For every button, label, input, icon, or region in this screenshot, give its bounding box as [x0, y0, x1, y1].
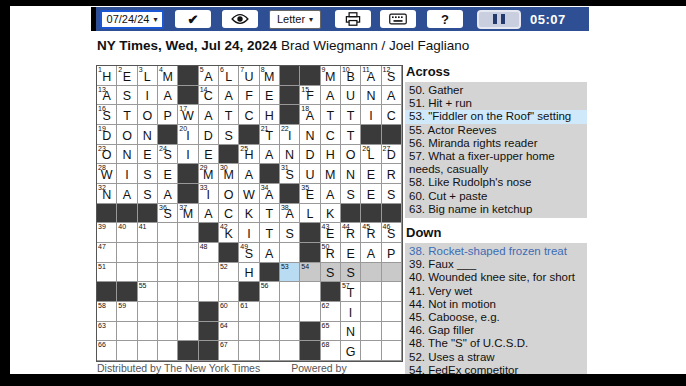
grid-cell-r1c3[interactable]: 3L [138, 66, 158, 86]
grid-cell-r3c12[interactable]: T [321, 105, 341, 125]
clue-down-52[interactable]: 52. Uses a straw [405, 351, 587, 364]
cell-number: 23 [98, 145, 106, 153]
cell-number: 63 [98, 322, 106, 330]
cell-letter: T [265, 207, 273, 221]
cell-letter: T [347, 129, 355, 143]
grid-cell-r10c6[interactable]: 48 [199, 243, 219, 263]
clue-across-50[interactable]: 50. Gather [405, 84, 587, 97]
grid-cell-r3c6[interactable]: A [199, 105, 219, 125]
grid-cell-r13c1[interactable]: 58 [97, 302, 117, 322]
cell-letter: A [163, 89, 171, 103]
grid-cell-r12c6[interactable] [199, 282, 219, 302]
grid-cell-r15c13[interactable]: G [341, 341, 361, 361]
grid-cell-r11c3[interactable] [138, 263, 158, 283]
grid-cell-r5c15[interactable]: 27D [382, 145, 402, 165]
grid-cell-r12c10[interactable] [280, 282, 300, 302]
grid-cell-r9c9[interactable]: T [260, 223, 280, 243]
black-cell [199, 302, 219, 322]
black-cell [199, 322, 219, 342]
cell-number: 15 [301, 86, 309, 94]
grid-cell-r6c7[interactable]: 30M [219, 164, 239, 184]
pause-icon [493, 14, 497, 24]
cell-number: 52 [220, 263, 228, 271]
cell-number: 7 [240, 66, 244, 74]
grid-cell-r3c8[interactable]: C [239, 105, 259, 125]
grid-cell-r7c3[interactable]: S [138, 184, 158, 204]
grid-cell-r10c5[interactable] [178, 243, 198, 263]
black-cell [382, 125, 402, 145]
grid-cell-r2c7[interactable]: A [219, 86, 239, 106]
letter-mode-value: Letter [277, 13, 305, 25]
grid-cell-r7c13[interactable]: S [341, 184, 361, 204]
grid-cell-r7c11[interactable]: 35E [300, 184, 320, 204]
grid-cell-r7c9[interactable]: 34A [260, 184, 280, 204]
grid-cell-r11c8[interactable]: H [239, 263, 259, 283]
cell-letter: E [143, 148, 151, 162]
grid-cell-r8c12[interactable]: K [321, 204, 341, 224]
grid-cell-r7c15[interactable]: S [382, 184, 402, 204]
grid-cell-r4c3[interactable]: N [138, 125, 158, 145]
cell-letter: K [326, 207, 334, 221]
cell-letter: H [102, 70, 111, 84]
grid-cell-r8c6[interactable]: A [199, 204, 219, 224]
grid-cell-r6c13[interactable]: N [341, 164, 361, 184]
grid-cell-r14c9[interactable] [260, 322, 280, 342]
black-cell [239, 282, 259, 302]
grid-cell-r5c10[interactable]: N [280, 145, 300, 165]
clue-down-41[interactable]: 41. Very wet [405, 285, 587, 298]
grid-cell-r3c7[interactable]: T [219, 105, 239, 125]
clue-down-39[interactable]: 39. Faux ___ [405, 258, 587, 271]
grid-cell-r13c9[interactable] [260, 302, 280, 322]
grid-cell-r13c12[interactable]: 62 [321, 302, 341, 322]
cell-letter: S [224, 129, 232, 143]
grid-cell-r7c4[interactable]: A [158, 184, 178, 204]
grid-cell-r11c15[interactable] [382, 263, 402, 283]
clue-across-56[interactable]: 56. Miranda rights reader [405, 137, 587, 150]
grid-cell-r9c13[interactable]: 44R [341, 223, 361, 243]
grid-cell-r9c7[interactable]: 42K [219, 223, 239, 243]
grid-cell-r6c3[interactable]: S [138, 164, 158, 184]
grid-cell-r2c2[interactable]: S [117, 86, 137, 106]
grid-cell-r14c12[interactable]: 65 [321, 322, 341, 342]
grid-cell-r9c14[interactable]: 45R [361, 223, 381, 243]
grid-cell-r5c2[interactable]: N [117, 145, 137, 165]
cell-letter: E [163, 168, 171, 182]
grid-cell-r12c7[interactable] [219, 282, 239, 302]
grid-cell-r10c10[interactable] [280, 243, 300, 263]
grid-cell-r13c15[interactable] [382, 302, 402, 322]
cell-letter: A [265, 247, 273, 261]
grid-cell-r12c15[interactable] [382, 282, 402, 302]
grid-cell-r10c14[interactable]: A [361, 243, 381, 263]
grid-cell-r11c7[interactable]: 52 [219, 263, 239, 283]
clue-down-44[interactable]: 44. Not in motion [405, 298, 587, 311]
black-cell [219, 145, 239, 165]
grid-cell-r5c11[interactable]: D [300, 145, 320, 165]
grid-cell-r3c11[interactable]: 18A [300, 105, 320, 125]
grid-cell-r14c15[interactable] [382, 322, 402, 342]
grid-cell-r10c4[interactable] [158, 243, 178, 263]
grid-cell-r7c7[interactable]: O [219, 184, 239, 204]
puzzle-authors: Brad Wiegmann / Joel Fagliano [281, 38, 469, 53]
black-cell [178, 341, 198, 361]
grid-cell-r1c8[interactable]: 7U [239, 66, 259, 86]
grid-cell-r13c7[interactable]: 60 [219, 302, 239, 322]
cell-letter: A [265, 148, 273, 162]
grid-cell-r11c6[interactable] [199, 263, 219, 283]
grid-cell-r6c11[interactable]: U [300, 164, 320, 184]
grid-cell-r10c15[interactable]: P [382, 243, 402, 263]
grid-cell-r11c10[interactable]: 53 [280, 263, 300, 283]
grid-cell-r9c2[interactable]: 40 [117, 223, 137, 243]
grid-cell-r14c2[interactable] [117, 322, 137, 342]
grid-cell-r8c5[interactable]: 37M [178, 204, 198, 224]
grid-cell-r13c8[interactable]: 61 [239, 302, 259, 322]
cell-number: 46 [383, 223, 391, 231]
cell-letter: A [387, 89, 395, 103]
grid-cell-r3c1[interactable]: 16S [97, 105, 117, 125]
grid-cell-r6c4[interactable]: E [158, 164, 178, 184]
grid-cell-r2c9[interactable]: E [260, 86, 280, 106]
grid-cell-r12c9[interactable]: 56 [260, 282, 280, 302]
clue-across-53[interactable]: 53. "Fiddler on the Roof" setting [405, 110, 587, 123]
grid-cell-r14c13[interactable]: N [341, 322, 361, 342]
grid-cell-r4c2[interactable]: O [117, 125, 137, 145]
across-clue-list: 50. Gather51. Hit + run53. "Fiddler on t… [405, 82, 587, 218]
grid-cell-r10c3[interactable] [138, 243, 158, 263]
grid-cell-r3c13[interactable]: T [341, 105, 361, 125]
grid-cell-r1c9[interactable]: 8M [260, 66, 280, 86]
grid-cell-r3c2[interactable]: T [117, 105, 137, 125]
grid-cell-r8c7[interactable]: C [219, 204, 239, 224]
grid-cell-r10c2[interactable] [117, 243, 137, 263]
grid-cell-r15c12[interactable]: 68 [321, 341, 341, 361]
grid-cell-r7c1[interactable]: 32N [97, 184, 117, 204]
grid-cell-r6c10[interactable]: 31S [280, 164, 300, 184]
grid-cell-r14c10[interactable] [280, 322, 300, 342]
grid-cell-r3c14[interactable]: I [361, 105, 381, 125]
letter-mode-select[interactable]: Letter ▾ [269, 10, 321, 29]
grid-cell-r7c6[interactable]: 33I [199, 184, 219, 204]
clue-across-57[interactable]: 57. What a fixer-upper home needs, casua… [405, 150, 587, 176]
grid-cell-r14c14[interactable] [361, 322, 381, 342]
cell-letter: U [305, 168, 314, 182]
grid-cell-r2c12[interactable]: A [321, 86, 341, 106]
cell-number: 47 [98, 243, 106, 251]
grid-cell-r6c12[interactable]: M [321, 164, 341, 184]
grid-cell-r13c5[interactable] [178, 302, 198, 322]
clue-across-58[interactable]: 58. Like Rudolph's nose [405, 176, 587, 189]
cell-number: 58 [98, 302, 106, 310]
grid-cell-r15c9[interactable] [260, 341, 280, 361]
grid-cell-r11c14[interactable] [361, 263, 381, 283]
pause-button[interactable] [477, 10, 521, 29]
grid-cell-r2c1[interactable]: 13A [97, 86, 117, 106]
grid-cell-r8c11[interactable]: L [300, 204, 320, 224]
cell-number: 13 [98, 86, 106, 94]
grid-cell-r14c4[interactable] [158, 322, 178, 342]
grid-cell-r1c14[interactable]: 11A [361, 66, 381, 86]
grid-cell-r2c4[interactable]: A [158, 86, 178, 106]
print-button[interactable] [335, 10, 371, 28]
grid-cell-r9c8[interactable]: I [239, 223, 259, 243]
grid-cell-r4c7[interactable]: S [219, 125, 239, 145]
grid-cell-r13c3[interactable] [138, 302, 158, 322]
cell-number: 62 [322, 302, 330, 310]
grid-cell-r12c11[interactable] [300, 282, 320, 302]
app-window: 07/24/24 ▾ ✔ Letter ▾ [0, 0, 686, 386]
grid-cell-r1c6[interactable]: 5A [199, 66, 219, 86]
clue-down-38[interactable]: 38. Rocket-shaped frozen treat [405, 245, 587, 258]
grid-cell-r15c2[interactable] [117, 341, 137, 361]
cell-letter: A [123, 188, 131, 202]
cell-letter: A [245, 168, 253, 182]
grid-cell-r15c8[interactable] [239, 341, 259, 361]
clue-down-45[interactable]: 45. Caboose, e.g. [405, 311, 587, 324]
grid-cell-r3c5[interactable]: 17W [178, 105, 198, 125]
grid-cell-r2c8[interactable]: F [239, 86, 259, 106]
grid-cell-r12c3[interactable]: 55 [138, 282, 158, 302]
grid-cell-r3c3[interactable]: O [138, 105, 158, 125]
grid-cell-r15c10[interactable] [280, 341, 300, 361]
grid-cell-r8c4[interactable]: 36S [158, 204, 178, 224]
black-cell [260, 263, 280, 283]
grid-cell-r3c15[interactable]: C [382, 105, 402, 125]
grid-cell-r13c10[interactable] [280, 302, 300, 322]
grid-cell-r1c2[interactable]: 2E [117, 66, 137, 86]
cell-letter: W [243, 188, 255, 202]
grid-cell-r10c1[interactable]: 47 [97, 243, 117, 263]
grid-cell-r11c5[interactable] [178, 263, 198, 283]
cell-number: 4 [159, 66, 163, 74]
black-cell [117, 204, 137, 224]
grid-cell-r13c4[interactable] [158, 302, 178, 322]
grid-cell-r4c10[interactable]: 22I [280, 125, 300, 145]
grid-cell-r4c9[interactable]: 21T [260, 125, 280, 145]
grid-cell-r15c1[interactable]: 66 [97, 341, 117, 361]
grid-cell-r2c13[interactable]: U [341, 86, 361, 106]
black-cell [199, 341, 219, 361]
chevron-down-icon: ▾ [309, 15, 313, 24]
cell-letter: O [142, 109, 152, 123]
cell-letter: A [367, 247, 375, 261]
clue-down-48[interactable]: 48. The "S" of U.C.S.D. [405, 337, 587, 350]
grid-cell-r7c12[interactable]: A [321, 184, 341, 204]
grid-cell-r11c1[interactable]: 51 [97, 263, 117, 283]
grid-cell-r1c7[interactable]: 6L [219, 66, 239, 86]
grid-cell-r10c13[interactable]: E [341, 243, 361, 263]
cell-number: 28 [98, 164, 106, 172]
grid-cell-r11c2[interactable] [117, 263, 137, 283]
cell-number: 35 [301, 184, 309, 192]
grid-cell-r9c10[interactable]: S [280, 223, 300, 243]
cell-number: 9 [322, 66, 326, 74]
cell-letter: I [125, 168, 128, 182]
puzzle-title-date: NY Times, Wed, Jul 24, 2024 [97, 38, 277, 53]
cell-number: 33 [200, 184, 208, 192]
grid-cell-r13c2[interactable]: 59 [117, 302, 137, 322]
cell-number: 18 [301, 105, 309, 113]
grid-cell-r10c9[interactable]: A [260, 243, 280, 263]
grid-cell-r5c1[interactable]: 23O [97, 145, 117, 165]
grid-cell-r5c6[interactable]: E [199, 145, 219, 165]
help-button[interactable]: ? [427, 10, 463, 28]
reveal-button[interactable] [222, 10, 258, 28]
clue-across-63[interactable]: 63. Big name in ketchup [405, 203, 587, 216]
grid-cell-r10c8[interactable]: 49S [239, 243, 259, 263]
black-cell [300, 341, 320, 361]
grid-cell-r5c4[interactable]: 24S [158, 145, 178, 165]
grid-cell-r7c8[interactable]: W [239, 184, 259, 204]
cell-number: 12 [383, 66, 391, 74]
grid-cell-r4c6[interactable]: D [199, 125, 219, 145]
cell-number: 53 [281, 263, 289, 271]
cell-number: 59 [118, 302, 126, 310]
cell-letter: O [346, 148, 356, 162]
clue-down-40[interactable]: 40. Wounded knee site, for short [405, 271, 587, 284]
black-cell [199, 223, 219, 243]
grid-cell-r2c3[interactable]: I [138, 86, 158, 106]
black-cell [138, 204, 158, 224]
grid-cell-r15c7[interactable]: 67 [219, 341, 239, 361]
cell-letter: M [325, 168, 335, 182]
grid-cell-r14c1[interactable]: 63 [97, 322, 117, 342]
grid-cell-r12c5[interactable] [178, 282, 198, 302]
grid-cell-r11c4[interactable] [158, 263, 178, 283]
cell-number: 60 [220, 302, 228, 310]
grid-cell-r15c15[interactable] [382, 341, 402, 361]
grid-cell-r11c12[interactable]: S [321, 263, 341, 283]
grid-cell-r5c12[interactable]: H [321, 145, 341, 165]
keyboard-button[interactable] [380, 10, 416, 28]
grid-cell-r6c6[interactable]: 29M [199, 164, 219, 184]
grid-cell-r9c3[interactable]: 41 [138, 223, 158, 243]
grid-cell-r15c3[interactable] [138, 341, 158, 361]
grid-cell-r13c13[interactable]: I [341, 302, 361, 322]
black-cell [97, 204, 117, 224]
grid-cell-r8c9[interactable]: T [260, 204, 280, 224]
clue-down-46[interactable]: 46. Gap filler [405, 324, 587, 337]
down-header: Down [406, 225, 587, 240]
black-cell [178, 184, 198, 204]
grid-cell-r6c15[interactable]: R [382, 164, 402, 184]
grid-cell-r6c8[interactable]: A [239, 164, 259, 184]
grid-cell-r4c1[interactable]: 19D [97, 125, 117, 145]
grid-cell-r6c1[interactable]: 28W [97, 164, 117, 184]
cell-letter: E [367, 168, 375, 182]
grid-cell-r9c5[interactable] [178, 223, 198, 243]
cell-letter: S [123, 89, 131, 103]
grid-cell-r11c11[interactable]: 54 [300, 263, 320, 283]
grid-cell-r4c12[interactable]: C [321, 125, 341, 145]
grid-cell-r8c10[interactable]: 38A [280, 204, 300, 224]
grid-cell-r12c4[interactable] [158, 282, 178, 302]
cell-number: 34 [261, 184, 269, 192]
grid-cell-r7c14[interactable]: E [361, 184, 381, 204]
grid-cell-r5c14[interactable]: 26L [361, 145, 381, 165]
grid-cell-r14c7[interactable]: 64 [219, 322, 239, 342]
cell-number: 21 [261, 125, 269, 133]
grid-cell-r4c13[interactable]: T [341, 125, 361, 145]
cell-letter: R [387, 168, 396, 182]
grid-cell-r9c1[interactable]: 39 [97, 223, 117, 243]
grid-cell-r5c5[interactable]: I [178, 145, 198, 165]
cell-number: 30 [220, 164, 228, 172]
cell-letter: P [387, 247, 395, 261]
toolbar: 07/24/24 ▾ ✔ Letter ▾ [91, 7, 589, 31]
grid-cell-r1c13[interactable]: 10B [341, 66, 361, 86]
black-cell [117, 282, 137, 302]
grid-cell-r2c15[interactable]: A [382, 86, 402, 106]
grid-cell-r5c3[interactable]: E [138, 145, 158, 165]
check-answers-button[interactable]: ✔ [175, 10, 211, 28]
grid-cell-r13c11[interactable] [300, 302, 320, 322]
cell-number: 64 [220, 322, 228, 330]
clue-across-55[interactable]: 55. Actor Reeves [405, 124, 587, 137]
cell-letter: E [123, 70, 131, 84]
grid-cell-r1c1[interactable]: 1H [97, 66, 117, 86]
grid-cell-r9c4[interactable] [158, 223, 178, 243]
grid-cell-r8c8[interactable]: K [239, 204, 259, 224]
black-cell [321, 282, 341, 302]
date-select[interactable]: 07/24/24 ▾ [100, 10, 164, 29]
clue-across-60[interactable]: 60. Cut + paste [405, 190, 587, 203]
grid-cell-r1c12[interactable]: 9M [321, 66, 341, 86]
grid-cell-r2c6[interactable]: 14C [199, 86, 219, 106]
cell-letter: A [224, 89, 232, 103]
grid-cell-r2c14[interactable]: N [361, 86, 381, 106]
grid-cell-r7c2[interactable]: A [117, 184, 137, 204]
date-select-value: 07/24/24 [107, 13, 150, 25]
cell-number: 17 [179, 105, 187, 113]
grid-cell-r4c11[interactable]: N [300, 125, 320, 145]
grid-cell-r14c8[interactable] [239, 322, 259, 342]
grid-cell-r5c9[interactable]: A [260, 145, 280, 165]
clue-across-51[interactable]: 51. Hit + run [405, 97, 587, 110]
grid-cell-r9c15[interactable]: 46S [382, 223, 402, 243]
grid-cell-r5c8[interactable]: 25H [239, 145, 259, 165]
cell-number: 67 [220, 341, 228, 349]
grid-cell-r6c2[interactable]: I [117, 164, 137, 184]
black-cell [239, 125, 259, 145]
cell-letter: C [326, 129, 335, 143]
cell-letter: G [346, 345, 356, 359]
grid-cell-r11c13[interactable]: S [341, 263, 361, 283]
grid-cell-r3c9[interactable]: H [260, 105, 280, 125]
grid-cell-r12c13[interactable]: 57T [341, 282, 361, 302]
checkmark-icon: ✔ [188, 12, 199, 27]
grid-cell-r14c5[interactable] [178, 322, 198, 342]
grid-cell-r12c14[interactable] [361, 282, 381, 302]
grid-cell-r9c12[interactable]: 43E [321, 223, 341, 243]
cell-letter: C [387, 109, 396, 123]
grid-cell-r1c15[interactable]: 12S [382, 66, 402, 86]
black-cell [260, 164, 280, 184]
grid-cell-r4c5[interactable]: 20I [178, 125, 198, 145]
grid-cell-r3c4[interactable]: P [158, 105, 178, 125]
grid-cell-r6c14[interactable]: E [361, 164, 381, 184]
grid-cell-r15c4[interactable] [158, 341, 178, 361]
grid-cell-r5c13[interactable]: O [341, 145, 361, 165]
grid-cell-r2c11[interactable]: 15F [300, 86, 320, 106]
grid-cell-r15c14[interactable] [361, 341, 381, 361]
grid-cell-r10c12[interactable]: 50R [321, 243, 341, 263]
cell-number: 37 [179, 204, 187, 212]
grid-cell-r14c3[interactable] [138, 322, 158, 342]
grid-cell-r1c4[interactable]: 4M [158, 66, 178, 86]
grid-cell-r13c14[interactable] [361, 302, 381, 322]
